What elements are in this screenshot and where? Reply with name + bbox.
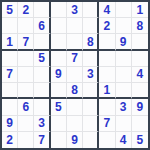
sudoku-cell[interactable]: 9 [51, 67, 67, 83]
given-digit: 8 [137, 20, 144, 32]
sudoku-cell[interactable]: 9 [116, 34, 132, 50]
sudoku-cell[interactable]: 7 [67, 51, 83, 67]
sudoku-cell[interactable] [51, 132, 67, 148]
sudoku-cell[interactable]: 9 [132, 99, 148, 115]
sudoku-cell[interactable] [51, 51, 67, 67]
sudoku-cell[interactable] [83, 132, 99, 148]
sudoku-cell[interactable] [83, 51, 99, 67]
sudoku-cell[interactable] [18, 18, 34, 34]
sudoku-cell[interactable] [18, 116, 34, 132]
sudoku-cell[interactable]: 1 [2, 34, 18, 50]
sudoku-cell[interactable] [132, 116, 148, 132]
sudoku-cell[interactable] [99, 132, 115, 148]
sudoku-cell[interactable] [116, 83, 132, 99]
sudoku-cell[interactable]: 7 [2, 67, 18, 83]
given-digit: 9 [137, 101, 144, 113]
sudoku-cell[interactable]: 9 [67, 132, 83, 148]
sudoku-cell[interactable]: 5 [132, 132, 148, 148]
sudoku-cell[interactable]: 3 [83, 67, 99, 83]
sudoku-cell[interactable] [132, 34, 148, 50]
sudoku-cell[interactable] [132, 83, 148, 99]
sudoku-cell[interactable]: 4 [99, 2, 115, 18]
sudoku-cell[interactable]: 1 [132, 2, 148, 18]
sudoku-cell[interactable]: 7 [18, 34, 34, 50]
given-digit: 6 [22, 101, 29, 113]
given-digit: 9 [6, 117, 13, 129]
sudoku-cell[interactable] [34, 67, 50, 83]
given-digit: 3 [87, 68, 94, 80]
given-digit: 3 [120, 101, 127, 113]
sudoku-cell[interactable] [116, 67, 132, 83]
sudoku-cell[interactable]: 6 [34, 18, 50, 34]
given-digit: 2 [6, 134, 13, 146]
given-digit: 5 [55, 101, 62, 113]
sudoku-cell[interactable]: 2 [99, 18, 115, 34]
sudoku-cell[interactable] [18, 132, 34, 148]
given-digit: 9 [55, 68, 62, 80]
sudoku-cell[interactable]: 8 [67, 83, 83, 99]
given-digit: 7 [6, 68, 13, 80]
given-digit: 8 [71, 84, 78, 96]
sudoku-cell[interactable] [116, 51, 132, 67]
given-digit: 9 [120, 36, 127, 48]
sudoku-cell[interactable] [132, 51, 148, 67]
given-digit: 1 [104, 84, 111, 96]
sudoku-cell[interactable]: 2 [2, 132, 18, 148]
sudoku-cell[interactable] [34, 2, 50, 18]
sudoku-cell[interactable] [2, 83, 18, 99]
given-digit: 5 [137, 134, 144, 146]
given-digit: 9 [71, 134, 78, 146]
sudoku-cell[interactable]: 8 [132, 18, 148, 34]
given-digit: 5 [6, 4, 13, 16]
sudoku-cell[interactable] [116, 2, 132, 18]
sudoku-cell[interactable] [67, 116, 83, 132]
given-digit: 4 [137, 68, 144, 80]
given-digit: 1 [6, 36, 13, 48]
sudoku-cell[interactable] [116, 18, 132, 34]
sudoku-cell[interactable]: 3 [67, 2, 83, 18]
sudoku-cell[interactable] [18, 83, 34, 99]
sudoku-cell[interactable]: 8 [83, 34, 99, 50]
given-digit: 6 [38, 20, 45, 32]
given-digit: 7 [71, 52, 78, 64]
sudoku-cell[interactable] [67, 34, 83, 50]
sudoku-cell[interactable] [99, 99, 115, 115]
sudoku-cell[interactable]: 5 [34, 51, 50, 67]
sudoku-cell[interactable]: 4 [132, 67, 148, 83]
given-digit: 7 [104, 117, 111, 129]
sudoku-cell[interactable] [83, 116, 99, 132]
sudoku-cell[interactable] [83, 2, 99, 18]
sudoku-cell[interactable] [67, 99, 83, 115]
sudoku-cell[interactable]: 3 [34, 116, 50, 132]
sudoku-cell[interactable]: 7 [99, 116, 115, 132]
sudoku-cell[interactable] [2, 99, 18, 115]
sudoku-cell[interactable] [67, 67, 83, 83]
sudoku-cell[interactable] [116, 116, 132, 132]
sudoku-cell[interactable] [51, 34, 67, 50]
sudoku-cell[interactable]: 1 [99, 83, 115, 99]
sudoku-cell[interactable] [51, 83, 67, 99]
sudoku-cell[interactable] [51, 18, 67, 34]
sudoku-cell[interactable] [34, 34, 50, 50]
sudoku-cell[interactable]: 2 [18, 2, 34, 18]
sudoku-cell[interactable] [83, 99, 99, 115]
sudoku-cell[interactable]: 5 [51, 99, 67, 115]
sudoku-cell[interactable] [2, 18, 18, 34]
sudoku-cell[interactable] [2, 51, 18, 67]
sudoku-board: 52341628178957793481653993727945 [0, 0, 150, 150]
sudoku-cell[interactable] [99, 51, 115, 67]
sudoku-cell[interactable]: 6 [18, 99, 34, 115]
sudoku-cell[interactable] [51, 116, 67, 132]
sudoku-cell[interactable] [83, 83, 99, 99]
sudoku-cell[interactable] [18, 67, 34, 83]
sudoku-cell[interactable]: 9 [2, 116, 18, 132]
sudoku-cell[interactable] [83, 18, 99, 34]
sudoku-cell[interactable] [34, 99, 50, 115]
sudoku-cell[interactable]: 7 [34, 132, 50, 148]
given-digit: 2 [104, 20, 111, 32]
given-digit: 7 [38, 134, 45, 146]
given-digit: 1 [137, 4, 144, 16]
sudoku-cell[interactable] [99, 67, 115, 83]
sudoku-cell[interactable]: 3 [116, 99, 132, 115]
sudoku-cell[interactable]: 5 [2, 2, 18, 18]
given-digit: 3 [71, 4, 78, 16]
given-digit: 2 [22, 4, 29, 16]
sudoku-cell[interactable]: 4 [116, 132, 132, 148]
given-digit: 3 [38, 117, 45, 129]
sudoku-cell[interactable] [67, 18, 83, 34]
given-digit: 7 [22, 36, 29, 48]
given-digit: 4 [104, 4, 111, 16]
given-digit: 8 [87, 36, 94, 48]
sudoku-cell[interactable] [18, 51, 34, 67]
sudoku-cell[interactable] [99, 34, 115, 50]
sudoku-cell[interactable] [34, 83, 50, 99]
given-digit: 5 [38, 52, 45, 64]
given-digit: 4 [120, 134, 127, 146]
sudoku-cell[interactable] [51, 2, 67, 18]
